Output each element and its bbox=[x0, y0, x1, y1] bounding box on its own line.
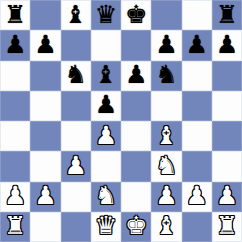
square-a5[interactable] bbox=[0, 91, 30, 121]
black-king-e8: ♚ bbox=[125, 2, 147, 27]
white-bishop-f4: ♝ bbox=[155, 123, 177, 148]
square-c1[interactable] bbox=[61, 212, 91, 242]
square-b2[interactable]: ♟ bbox=[30, 182, 60, 212]
white-pawn-f2: ♟ bbox=[155, 183, 177, 208]
square-f1[interactable]: ♝ bbox=[151, 212, 181, 242]
square-e6[interactable]: ♟ bbox=[121, 61, 151, 91]
square-c2[interactable] bbox=[61, 182, 91, 212]
square-g3[interactable] bbox=[182, 151, 212, 181]
square-a6[interactable] bbox=[0, 61, 30, 91]
square-h7[interactable]: ♟ bbox=[212, 30, 242, 60]
square-c6[interactable]: ♞ bbox=[61, 61, 91, 91]
square-a4[interactable] bbox=[0, 121, 30, 151]
square-e8[interactable]: ♚ bbox=[121, 0, 151, 30]
square-d2[interactable]: ♞ bbox=[91, 182, 121, 212]
black-queen-d8: ♛ bbox=[95, 2, 117, 27]
square-e2[interactable] bbox=[121, 182, 151, 212]
square-e1[interactable]: ♚ bbox=[121, 212, 151, 242]
white-pawn-a2: ♟ bbox=[4, 183, 26, 208]
square-g5[interactable] bbox=[182, 91, 212, 121]
black-knight-c6: ♞ bbox=[64, 62, 86, 87]
square-f3[interactable]: ♞ bbox=[151, 151, 181, 181]
square-h1[interactable]: ♜ bbox=[212, 212, 242, 242]
white-king-e1: ♚ bbox=[125, 213, 147, 238]
square-d4[interactable]: ♟ bbox=[91, 121, 121, 151]
square-d3[interactable] bbox=[91, 151, 121, 181]
black-pawn-g7: ♟ bbox=[185, 32, 207, 57]
square-g1[interactable] bbox=[182, 212, 212, 242]
square-h8[interactable]: ♜ bbox=[212, 0, 242, 30]
black-rook-a8: ♜ bbox=[4, 2, 26, 27]
square-c8[interactable]: ♝ bbox=[61, 0, 91, 30]
square-b8[interactable] bbox=[30, 0, 60, 30]
square-e4[interactable] bbox=[121, 121, 151, 151]
square-a2[interactable]: ♟ bbox=[0, 182, 30, 212]
square-c3[interactable]: ♟ bbox=[61, 151, 91, 181]
square-e5[interactable] bbox=[121, 91, 151, 121]
square-d7[interactable] bbox=[91, 30, 121, 60]
square-b7[interactable]: ♟ bbox=[30, 30, 60, 60]
white-bishop-f1: ♝ bbox=[155, 213, 177, 238]
square-g8[interactable] bbox=[182, 0, 212, 30]
square-f7[interactable]: ♟ bbox=[151, 30, 181, 60]
square-h2[interactable]: ♟ bbox=[212, 182, 242, 212]
black-knight-f6: ♞ bbox=[155, 62, 177, 87]
white-pawn-d4: ♟ bbox=[95, 123, 117, 148]
square-c5[interactable] bbox=[61, 91, 91, 121]
square-c7[interactable] bbox=[61, 30, 91, 60]
square-g2[interactable]: ♟ bbox=[182, 182, 212, 212]
square-h4[interactable] bbox=[212, 121, 242, 151]
white-pawn-h2: ♟ bbox=[216, 183, 238, 208]
black-pawn-a7: ♟ bbox=[4, 32, 26, 57]
square-b1[interactable] bbox=[30, 212, 60, 242]
square-h6[interactable] bbox=[212, 61, 242, 91]
square-f5[interactable] bbox=[151, 91, 181, 121]
black-bishop-c8: ♝ bbox=[64, 2, 86, 27]
square-e3[interactable] bbox=[121, 151, 151, 181]
square-b6[interactable] bbox=[30, 61, 60, 91]
square-b3[interactable] bbox=[30, 151, 60, 181]
square-b4[interactable] bbox=[30, 121, 60, 151]
square-e7[interactable] bbox=[121, 30, 151, 60]
square-h3[interactable] bbox=[212, 151, 242, 181]
white-knight-f3: ♞ bbox=[155, 153, 177, 178]
square-f2[interactable]: ♟ bbox=[151, 182, 181, 212]
square-g7[interactable]: ♟ bbox=[182, 30, 212, 60]
square-f8[interactable] bbox=[151, 0, 181, 30]
square-g6[interactable] bbox=[182, 61, 212, 91]
square-b5[interactable] bbox=[30, 91, 60, 121]
black-pawn-d5: ♟ bbox=[95, 92, 117, 117]
square-g4[interactable] bbox=[182, 121, 212, 151]
white-queen-d1: ♛ bbox=[95, 213, 117, 238]
black-pawn-b7: ♟ bbox=[34, 32, 56, 57]
square-f4[interactable]: ♝ bbox=[151, 121, 181, 151]
black-bishop-d6: ♝ bbox=[95, 62, 117, 87]
square-d8[interactable]: ♛ bbox=[91, 0, 121, 30]
square-a1[interactable]: ♜ bbox=[0, 212, 30, 242]
square-d1[interactable]: ♛ bbox=[91, 212, 121, 242]
square-a7[interactable]: ♟ bbox=[0, 30, 30, 60]
square-f6[interactable]: ♞ bbox=[151, 61, 181, 91]
black-pawn-e6: ♟ bbox=[125, 62, 147, 87]
black-pawn-f7: ♟ bbox=[155, 32, 177, 57]
black-rook-h8: ♜ bbox=[216, 2, 238, 27]
white-rook-a1: ♜ bbox=[4, 213, 26, 238]
white-knight-d2: ♞ bbox=[95, 183, 117, 208]
white-pawn-b2: ♟ bbox=[34, 183, 56, 208]
white-pawn-g2: ♟ bbox=[185, 183, 207, 208]
white-pawn-c3: ♟ bbox=[64, 153, 86, 178]
square-c4[interactable] bbox=[61, 121, 91, 151]
chess-board: ♜♝♛♚♜♟♟♟♟♟♞♝♟♞♟♟♝♟♞♟♟♞♟♟♟♜♛♚♝♜ bbox=[0, 0, 242, 242]
square-a3[interactable] bbox=[0, 151, 30, 181]
black-pawn-h7: ♟ bbox=[216, 32, 238, 57]
square-a8[interactable]: ♜ bbox=[0, 0, 30, 30]
square-d5[interactable]: ♟ bbox=[91, 91, 121, 121]
square-d6[interactable]: ♝ bbox=[91, 61, 121, 91]
white-rook-h1: ♜ bbox=[216, 213, 238, 238]
square-h5[interactable] bbox=[212, 91, 242, 121]
chess-board-wrapper: ♜♝♛♚♜♟♟♟♟♟♞♝♟♞♟♟♝♟♞♟♟♞♟♟♟♜♛♚♝♜ bbox=[0, 0, 242, 242]
